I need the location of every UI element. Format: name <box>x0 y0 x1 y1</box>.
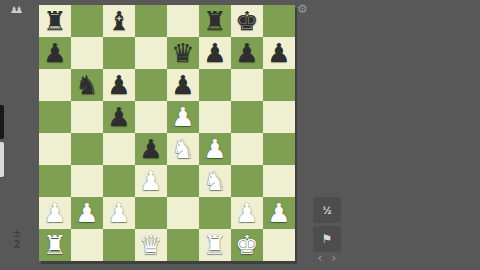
square-c5[interactable]: ♟ <box>103 101 135 133</box>
square-f5[interactable] <box>199 101 231 133</box>
square-f8[interactable]: ♜ <box>199 5 231 37</box>
square-e1[interactable] <box>167 229 199 261</box>
black-bishop[interactable]: ♝ <box>103 5 135 37</box>
white-pawn[interactable]: ♟ <box>135 165 167 197</box>
white-king[interactable]: ♚ <box>231 229 263 261</box>
black-pawn[interactable]: ♟ <box>103 101 135 133</box>
white-pawn[interactable]: ♟ <box>167 101 199 133</box>
white-pawn[interactable]: ♟ <box>103 197 135 229</box>
square-f6[interactable] <box>199 69 231 101</box>
square-b1[interactable] <box>71 229 103 261</box>
square-g3[interactable] <box>231 165 263 197</box>
black-pawn[interactable]: ♟ <box>263 37 295 69</box>
square-g8[interactable]: ♚ <box>231 5 263 37</box>
eval-gauge <box>0 105 4 177</box>
square-c8[interactable]: ♝ <box>103 5 135 37</box>
black-pawn[interactable]: ♟ <box>199 37 231 69</box>
half-point-button[interactable]: ½ <box>313 197 341 223</box>
black-queen[interactable]: ♛ <box>167 37 199 69</box>
square-a5[interactable] <box>39 101 71 133</box>
square-e6[interactable]: ♟ <box>167 69 199 101</box>
black-knight[interactable]: ♞ <box>71 69 103 101</box>
square-h4[interactable] <box>263 133 295 165</box>
square-d3[interactable]: ♟ <box>135 165 167 197</box>
black-rook[interactable]: ♜ <box>39 5 71 37</box>
square-d1[interactable]: ♛ <box>135 229 167 261</box>
app-background: { "game": "chess", "position": "r1b2rk1/… <box>0 0 480 270</box>
white-pawn[interactable]: ♟ <box>71 197 103 229</box>
square-b3[interactable] <box>71 165 103 197</box>
square-b2[interactable]: ♟ <box>71 197 103 229</box>
square-h2[interactable]: ♟ <box>263 197 295 229</box>
black-pawn[interactable]: ♟ <box>231 37 263 69</box>
square-d4[interactable]: ♟ <box>135 133 167 165</box>
square-h1[interactable] <box>263 229 295 261</box>
square-f3[interactable]: ♞ <box>199 165 231 197</box>
square-d5[interactable] <box>135 101 167 133</box>
square-a8[interactable]: ♜ <box>39 5 71 37</box>
square-g1[interactable]: ♚ <box>231 229 263 261</box>
square-f7[interactable]: ♟ <box>199 37 231 69</box>
white-pawn[interactable]: ♟ <box>263 197 295 229</box>
prev-move-icon[interactable]: ‹ <box>314 251 326 265</box>
white-rook[interactable]: ♜ <box>199 229 231 261</box>
white-pawn[interactable]: ♟ <box>231 197 263 229</box>
black-pawn[interactable]: ♟ <box>135 133 167 165</box>
square-c6[interactable]: ♟ <box>103 69 135 101</box>
square-b5[interactable] <box>71 101 103 133</box>
eval-gauge-white-segment <box>0 142 4 177</box>
square-e4[interactable]: ♞ <box>167 133 199 165</box>
square-e7[interactable]: ♛ <box>167 37 199 69</box>
square-b4[interactable] <box>71 133 103 165</box>
eval-gauge-black-segment <box>0 105 4 139</box>
square-a3[interactable] <box>39 165 71 197</box>
white-pawn[interactable]: ♟ <box>39 197 71 229</box>
eval-annotation-symbol: ± <box>10 228 24 239</box>
square-a7[interactable]: ♟ <box>39 37 71 69</box>
settings-gear-icon[interactable]: ⚙ <box>297 3 308 15</box>
square-g5[interactable] <box>231 101 263 133</box>
square-a2[interactable]: ♟ <box>39 197 71 229</box>
square-a4[interactable] <box>39 133 71 165</box>
square-g4[interactable] <box>231 133 263 165</box>
black-pawn[interactable]: ♟ <box>103 69 135 101</box>
square-g6[interactable] <box>231 69 263 101</box>
square-e5[interactable]: ♟ <box>167 101 199 133</box>
square-b7[interactable] <box>71 37 103 69</box>
eval-annotation-value: 2 <box>10 239 24 250</box>
square-f2[interactable] <box>199 197 231 229</box>
square-e3[interactable] <box>167 165 199 197</box>
white-rook[interactable]: ♜ <box>39 229 71 261</box>
square-d2[interactable] <box>135 197 167 229</box>
square-f1[interactable]: ♜ <box>199 229 231 261</box>
next-move-icon[interactable]: › <box>328 251 340 265</box>
black-rook[interactable]: ♜ <box>199 5 231 37</box>
square-c4[interactable] <box>103 133 135 165</box>
square-d8[interactable] <box>135 5 167 37</box>
square-h5[interactable] <box>263 101 295 133</box>
square-d6[interactable] <box>135 69 167 101</box>
square-g7[interactable]: ♟ <box>231 37 263 69</box>
pieces-icon[interactable]: ♟♟ <box>10 5 20 15</box>
white-pawn[interactable]: ♟ <box>199 133 231 165</box>
chess-board[interactable]: ♜♝♜♚♟♛♟♟♟♞♟♟♟♟♟♞♟♟♞♟♟♟♟♟♜♛♜♚ <box>39 5 295 261</box>
flag-button[interactable]: ⚑ <box>313 226 341 252</box>
square-a6[interactable] <box>39 69 71 101</box>
square-c2[interactable]: ♟ <box>103 197 135 229</box>
white-knight[interactable]: ♞ <box>199 165 231 197</box>
square-c3[interactable] <box>103 165 135 197</box>
square-h7[interactable]: ♟ <box>263 37 295 69</box>
square-c1[interactable] <box>103 229 135 261</box>
square-h3[interactable] <box>263 165 295 197</box>
black-pawn[interactable]: ♟ <box>167 69 199 101</box>
square-g2[interactable]: ♟ <box>231 197 263 229</box>
square-e8[interactable] <box>167 5 199 37</box>
eval-annotation: ± 2 <box>10 228 24 250</box>
square-f4[interactable]: ♟ <box>199 133 231 165</box>
black-pawn[interactable]: ♟ <box>39 37 71 69</box>
square-h6[interactable] <box>263 69 295 101</box>
square-h8[interactable] <box>263 5 295 37</box>
square-d7[interactable] <box>135 37 167 69</box>
square-b6[interactable]: ♞ <box>71 69 103 101</box>
square-a1[interactable]: ♜ <box>39 229 71 261</box>
black-king[interactable]: ♚ <box>231 5 263 37</box>
square-b8[interactable] <box>71 5 103 37</box>
square-c7[interactable] <box>103 37 135 69</box>
white-knight[interactable]: ♞ <box>167 133 199 165</box>
square-e2[interactable] <box>167 197 199 229</box>
white-queen[interactable]: ♛ <box>135 229 167 261</box>
